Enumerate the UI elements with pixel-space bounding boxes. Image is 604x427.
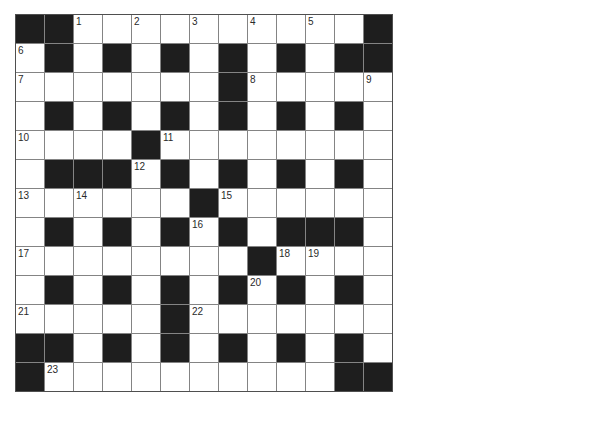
letter-cell-r1c2[interactable] — [74, 44, 102, 72]
letter-cell-r11c8[interactable] — [248, 334, 276, 362]
letter-cell-r6c4[interactable] — [132, 189, 160, 217]
letter-cell-r12c5[interactable] — [161, 363, 189, 391]
block-cell-r5c11 — [335, 160, 363, 188]
block-cell-r8c8 — [248, 247, 276, 275]
block-cell-r11c5 — [161, 334, 189, 362]
block-cell-r9c3 — [103, 276, 131, 304]
block-cell-r3c9 — [277, 102, 305, 130]
letter-cell-r4c9[interactable] — [277, 131, 305, 159]
clue-number-16: 16 — [192, 219, 203, 230]
letter-cell-r4c1[interactable] — [45, 131, 73, 159]
block-cell-r11c7 — [219, 334, 247, 362]
block-cell-r4c4 — [132, 131, 160, 159]
letter-cell-r8c0[interactable]: 17 — [16, 247, 44, 275]
letter-cell-r0c6[interactable]: 3 — [190, 15, 218, 43]
block-cell-r0c12 — [364, 15, 392, 43]
letter-cell-r10c0[interactable]: 21 — [16, 305, 44, 333]
letter-cell-r6c10[interactable] — [306, 189, 334, 217]
letter-cell-r0c8[interactable]: 4 — [248, 15, 276, 43]
letter-cell-r6c3[interactable] — [103, 189, 131, 217]
letter-cell-r8c7[interactable] — [219, 247, 247, 275]
letter-cell-r7c12[interactable] — [364, 218, 392, 246]
block-cell-r1c7 — [219, 44, 247, 72]
letter-cell-r0c4[interactable]: 2 — [132, 15, 160, 43]
letter-cell-r12c4[interactable] — [132, 363, 160, 391]
letter-cell-r10c6[interactable]: 22 — [190, 305, 218, 333]
letter-cell-r12c6[interactable] — [190, 363, 218, 391]
letter-cell-r0c2[interactable]: 1 — [74, 15, 102, 43]
letter-cell-r2c4[interactable] — [132, 73, 160, 101]
block-cell-r9c5 — [161, 276, 189, 304]
block-cell-r10c5 — [161, 305, 189, 333]
letter-cell-r9c0[interactable] — [16, 276, 44, 304]
letter-cell-r9c6[interactable] — [190, 276, 218, 304]
letter-cell-r12c2[interactable] — [74, 363, 102, 391]
block-cell-r5c3 — [103, 160, 131, 188]
letter-cell-r6c2[interactable]: 14 — [74, 189, 102, 217]
letter-cell-r5c6[interactable] — [190, 160, 218, 188]
letter-cell-r3c10[interactable] — [306, 102, 334, 130]
letter-cell-r4c7[interactable] — [219, 131, 247, 159]
letter-cell-r4c2[interactable] — [74, 131, 102, 159]
letter-cell-r11c12[interactable] — [364, 334, 392, 362]
letter-cell-r3c4[interactable] — [132, 102, 160, 130]
letter-cell-r0c11[interactable] — [335, 15, 363, 43]
clue-number-5: 5 — [308, 16, 314, 27]
letter-cell-r8c5[interactable] — [161, 247, 189, 275]
crossword-grid: 1234567891011121314151617181920212223 — [15, 14, 393, 392]
block-cell-r1c11 — [335, 44, 363, 72]
letter-cell-r9c2[interactable] — [74, 276, 102, 304]
letter-cell-r4c12[interactable] — [364, 131, 392, 159]
block-cell-r3c5 — [161, 102, 189, 130]
letter-cell-r8c9[interactable]: 18 — [277, 247, 305, 275]
letter-cell-r2c2[interactable] — [74, 73, 102, 101]
clue-number-1: 1 — [76, 16, 82, 27]
block-cell-r3c7 — [219, 102, 247, 130]
block-cell-r1c1 — [45, 44, 73, 72]
clue-number-22: 22 — [192, 306, 203, 317]
letter-cell-r3c6[interactable] — [190, 102, 218, 130]
letter-cell-r12c3[interactable] — [103, 363, 131, 391]
letter-cell-r11c6[interactable] — [190, 334, 218, 362]
letter-cell-r8c11[interactable] — [335, 247, 363, 275]
block-cell-r2c7 — [219, 73, 247, 101]
letter-cell-r11c4[interactable] — [132, 334, 160, 362]
clue-number-20: 20 — [250, 277, 261, 288]
letter-cell-r0c3[interactable] — [103, 15, 131, 43]
letter-cell-r4c10[interactable] — [306, 131, 334, 159]
letter-cell-r12c7[interactable] — [219, 363, 247, 391]
block-cell-r1c3 — [103, 44, 131, 72]
block-cell-r1c9 — [277, 44, 305, 72]
letter-cell-r10c9[interactable] — [277, 305, 305, 333]
clue-number-7: 7 — [18, 74, 24, 85]
letter-cell-r2c10[interactable] — [306, 73, 334, 101]
letter-cell-r0c7[interactable] — [219, 15, 247, 43]
block-cell-r11c9 — [277, 334, 305, 362]
block-cell-r1c12 — [364, 44, 392, 72]
clue-number-18: 18 — [279, 248, 290, 259]
letter-cell-r2c0[interactable]: 7 — [16, 73, 44, 101]
letter-cell-r0c9[interactable] — [277, 15, 305, 43]
letter-cell-r8c2[interactable] — [74, 247, 102, 275]
block-cell-r5c2 — [74, 160, 102, 188]
block-cell-r7c9 — [277, 218, 305, 246]
block-cell-r12c11 — [335, 363, 363, 391]
letter-cell-r10c2[interactable] — [74, 305, 102, 333]
letter-cell-r10c3[interactable] — [103, 305, 131, 333]
letter-cell-r4c6[interactable] — [190, 131, 218, 159]
clue-number-19: 19 — [308, 248, 319, 259]
letter-cell-r9c4[interactable] — [132, 276, 160, 304]
letter-cell-r5c10[interactable] — [306, 160, 334, 188]
clue-number-11: 11 — [163, 132, 173, 143]
clue-number-3: 3 — [192, 16, 198, 27]
letter-cell-r8c12[interactable] — [364, 247, 392, 275]
letter-cell-r12c1[interactable]: 23 — [45, 363, 73, 391]
letter-cell-r0c5[interactable] — [161, 15, 189, 43]
letter-cell-r5c12[interactable] — [364, 160, 392, 188]
letter-cell-r2c12[interactable]: 9 — [364, 73, 392, 101]
clue-number-21: 21 — [18, 306, 29, 317]
letter-cell-r6c0[interactable]: 13 — [16, 189, 44, 217]
block-cell-r3c11 — [335, 102, 363, 130]
letter-cell-r4c0[interactable]: 10 — [16, 131, 44, 159]
block-cell-r7c5 — [161, 218, 189, 246]
block-cell-r0c1 — [45, 15, 73, 43]
letter-cell-r8c1[interactable] — [45, 247, 73, 275]
letter-cell-r2c1[interactable] — [45, 73, 73, 101]
letter-cell-r4c8[interactable] — [248, 131, 276, 159]
block-cell-r11c3 — [103, 334, 131, 362]
block-cell-r9c11 — [335, 276, 363, 304]
block-cell-r3c3 — [103, 102, 131, 130]
letter-cell-r1c8[interactable] — [248, 44, 276, 72]
block-cell-r5c9 — [277, 160, 305, 188]
letter-cell-r1c4[interactable] — [132, 44, 160, 72]
letter-cell-r2c11[interactable] — [335, 73, 363, 101]
block-cell-r7c1 — [45, 218, 73, 246]
letter-cell-r6c1[interactable] — [45, 189, 73, 217]
block-cell-r1c5 — [161, 44, 189, 72]
letter-cell-r6c7[interactable]: 15 — [219, 189, 247, 217]
letter-cell-r3c0[interactable] — [16, 102, 44, 130]
clue-number-6: 6 — [18, 45, 24, 56]
letter-cell-r8c10[interactable]: 19 — [306, 247, 334, 275]
block-cell-r9c1 — [45, 276, 73, 304]
letter-cell-r10c8[interactable] — [248, 305, 276, 333]
letter-cell-r9c10[interactable] — [306, 276, 334, 304]
letter-cell-r10c11[interactable] — [335, 305, 363, 333]
clue-number-4: 4 — [250, 16, 256, 27]
clue-number-9: 9 — [366, 74, 372, 85]
block-cell-r5c7 — [219, 160, 247, 188]
letter-cell-r1c10[interactable] — [306, 44, 334, 72]
letter-cell-r7c6[interactable]: 16 — [190, 218, 218, 246]
letter-cell-r9c12[interactable] — [364, 276, 392, 304]
letter-cell-r4c11[interactable] — [335, 131, 363, 159]
letter-cell-r2c6[interactable] — [190, 73, 218, 101]
letter-cell-r7c8[interactable] — [248, 218, 276, 246]
clue-number-15: 15 — [221, 190, 232, 201]
clue-number-17: 17 — [18, 248, 29, 259]
letter-cell-r5c0[interactable] — [16, 160, 44, 188]
block-cell-r12c12 — [364, 363, 392, 391]
letter-cell-r6c9[interactable] — [277, 189, 305, 217]
letter-cell-r7c0[interactable] — [16, 218, 44, 246]
letter-cell-r10c12[interactable] — [364, 305, 392, 333]
block-cell-r7c11 — [335, 218, 363, 246]
block-cell-r5c1 — [45, 160, 73, 188]
letter-cell-r3c8[interactable] — [248, 102, 276, 130]
letter-cell-r10c10[interactable] — [306, 305, 334, 333]
letter-cell-r5c4[interactable]: 12 — [132, 160, 160, 188]
letter-cell-r2c8[interactable]: 8 — [248, 73, 276, 101]
clue-number-10: 10 — [18, 132, 29, 143]
letter-cell-r10c7[interactable] — [219, 305, 247, 333]
clue-number-13: 13 — [18, 190, 29, 201]
letter-cell-r1c0[interactable]: 6 — [16, 44, 44, 72]
letter-cell-r12c8[interactable] — [248, 363, 276, 391]
letter-cell-r6c5[interactable] — [161, 189, 189, 217]
letter-cell-r11c2[interactable] — [74, 334, 102, 362]
block-cell-r12c0 — [16, 363, 44, 391]
letter-cell-r9c8[interactable]: 20 — [248, 276, 276, 304]
clue-number-14: 14 — [76, 190, 87, 201]
letter-cell-r3c2[interactable] — [74, 102, 102, 130]
clue-number-12: 12 — [134, 161, 145, 172]
letter-cell-r8c6[interactable] — [190, 247, 218, 275]
clue-number-8: 8 — [250, 74, 256, 85]
letter-cell-r1c6[interactable] — [190, 44, 218, 72]
letter-cell-r12c9[interactable] — [277, 363, 305, 391]
block-cell-r7c3 — [103, 218, 131, 246]
letter-cell-r2c3[interactable] — [103, 73, 131, 101]
letter-cell-r3c12[interactable] — [364, 102, 392, 130]
letter-cell-r0c10[interactable]: 5 — [306, 15, 334, 43]
letter-cell-r10c4[interactable] — [132, 305, 160, 333]
letter-cell-r4c3[interactable] — [103, 131, 131, 159]
block-cell-r3c1 — [45, 102, 73, 130]
block-cell-r7c10 — [306, 218, 334, 246]
letter-cell-r8c3[interactable] — [103, 247, 131, 275]
block-cell-r11c11 — [335, 334, 363, 362]
block-cell-r9c9 — [277, 276, 305, 304]
clue-number-23: 23 — [47, 364, 58, 375]
block-cell-r9c7 — [219, 276, 247, 304]
letter-cell-r6c11[interactable] — [335, 189, 363, 217]
letter-cell-r10c1[interactable] — [45, 305, 73, 333]
letter-cell-r2c9[interactable] — [277, 73, 305, 101]
letter-cell-r4c5[interactable]: 11 — [161, 131, 189, 159]
letter-cell-r12c10[interactable] — [306, 363, 334, 391]
crossword-page: 1234567891011121314151617181920212223 — [0, 0, 604, 427]
block-cell-r7c7 — [219, 218, 247, 246]
letter-cell-r2c5[interactable] — [161, 73, 189, 101]
letter-cell-r5c8[interactable] — [248, 160, 276, 188]
block-cell-r5c5 — [161, 160, 189, 188]
block-cell-r11c0 — [16, 334, 44, 362]
letter-cell-r7c4[interactable] — [132, 218, 160, 246]
letter-cell-r7c2[interactable] — [74, 218, 102, 246]
letter-cell-r6c8[interactable] — [248, 189, 276, 217]
letter-cell-r8c4[interactable] — [132, 247, 160, 275]
block-cell-r6c6 — [190, 189, 218, 217]
block-cell-r0c0 — [16, 15, 44, 43]
clue-number-2: 2 — [134, 16, 140, 27]
letter-cell-r6c12[interactable] — [364, 189, 392, 217]
letter-cell-r11c10[interactable] — [306, 334, 334, 362]
block-cell-r11c1 — [45, 334, 73, 362]
